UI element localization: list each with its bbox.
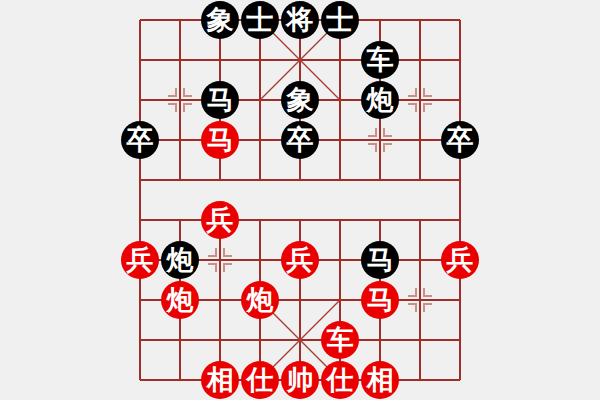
board-grid-lines <box>140 20 460 380</box>
piece-red-advisor[interactable]: 仕 <box>321 361 359 399</box>
piece-red-horse[interactable]: 马 <box>201 121 239 159</box>
piece-black-advisor[interactable]: 士 <box>241 1 279 39</box>
piece-red-cannon[interactable]: 炮 <box>161 281 199 319</box>
piece-red-elephant[interactable]: 相 <box>361 361 399 399</box>
piece-red-elephant[interactable]: 相 <box>201 361 239 399</box>
piece-black-horse[interactable]: 马 <box>361 241 399 279</box>
piece-black-advisor[interactable]: 士 <box>321 1 359 39</box>
xiangqi-app: 象士将士车马象炮卒马卒卒兵兵炮兵马兵炮炮马车相仕帅仕相 <box>0 0 600 400</box>
piece-black-horse[interactable]: 马 <box>201 81 239 119</box>
xiangqi-board[interactable] <box>0 0 600 400</box>
piece-red-cannon[interactable]: 炮 <box>241 281 279 319</box>
piece-black-elephant[interactable]: 象 <box>281 81 319 119</box>
piece-red-general[interactable]: 帅 <box>281 361 319 399</box>
piece-black-soldier[interactable]: 卒 <box>281 121 319 159</box>
piece-red-advisor[interactable]: 仕 <box>241 361 279 399</box>
piece-red-soldier[interactable]: 兵 <box>281 241 319 279</box>
piece-black-soldier[interactable]: 卒 <box>441 121 479 159</box>
piece-red-soldier[interactable]: 兵 <box>201 201 239 239</box>
piece-red-horse[interactable]: 马 <box>361 281 399 319</box>
piece-black-general[interactable]: 将 <box>281 1 319 39</box>
piece-black-cannon[interactable]: 炮 <box>161 241 199 279</box>
piece-red-soldier[interactable]: 兵 <box>121 241 159 279</box>
piece-black-soldier[interactable]: 卒 <box>121 121 159 159</box>
piece-red-soldier[interactable]: 兵 <box>441 241 479 279</box>
piece-black-elephant[interactable]: 象 <box>201 1 239 39</box>
piece-red-chariot[interactable]: 车 <box>321 321 359 359</box>
piece-black-chariot[interactable]: 车 <box>361 41 399 79</box>
piece-black-cannon[interactable]: 炮 <box>361 81 399 119</box>
